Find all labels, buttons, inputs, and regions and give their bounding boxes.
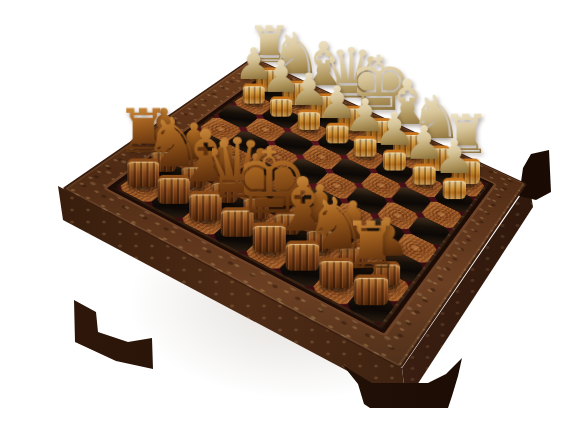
piece-black-rook[interactable]: ♜ — [345, 215, 397, 305]
rook-glyph: ♜ — [342, 215, 400, 275]
chess-set-photo: ♜♞♝♛♚♝♞♜♟♟♟♟♟♟♟♟♟♟♟♟♟♟♟♟♜♞♝♛♚♝♞♜ — [0, 0, 580, 445]
